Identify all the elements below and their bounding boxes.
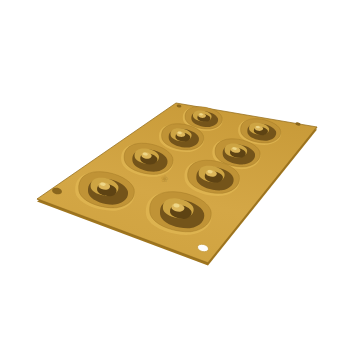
mold-scene: ❀: [0, 0, 350, 350]
product-photo: ❀: [0, 0, 350, 350]
